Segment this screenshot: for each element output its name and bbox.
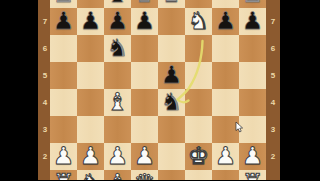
rank-label-7-left: 7 <box>39 8 51 35</box>
square-f4[interactable] <box>185 89 212 116</box>
square-e1[interactable] <box>158 170 185 181</box>
black-king-e8[interactable]: ♚ <box>158 0 185 8</box>
black-knight-e4[interactable]: ♞ <box>158 89 185 116</box>
rank-label-2-right: 2 <box>267 143 279 170</box>
chessboard-screenshot: ♜♝♛♚♜♟♟♟♟♞♟♟♞♟♝♞♟♟♟♟♚♟♟♜♞♝♛♜ 88776655443… <box>0 0 320 180</box>
chess-board: ♜♝♛♚♜♟♟♟♟♞♟♟♞♟♝♞♟♟♟♟♚♟♟♜♞♝♛♜ <box>50 0 266 180</box>
square-d3[interactable] <box>131 116 158 143</box>
square-f5[interactable] <box>185 62 212 89</box>
square-f1[interactable] <box>185 170 212 181</box>
square-f3[interactable] <box>185 116 212 143</box>
black-pawn-a7[interactable]: ♟ <box>50 8 77 35</box>
white-pawn-h2[interactable]: ♟ <box>239 143 266 170</box>
black-pawn-b7[interactable]: ♟ <box>77 8 104 35</box>
square-b5[interactable] <box>77 62 104 89</box>
white-pawn-a2[interactable]: ♟ <box>50 143 77 170</box>
rank-label-6-right: 6 <box>267 35 279 62</box>
square-g6[interactable] <box>212 35 239 62</box>
black-knight-c6[interactable]: ♞ <box>104 35 131 62</box>
square-e2[interactable] <box>158 143 185 170</box>
rank-label-3-left: 3 <box>39 116 51 143</box>
rank-label-5-right: 5 <box>267 62 279 89</box>
square-g1[interactable] <box>212 170 239 181</box>
square-a5[interactable] <box>50 62 77 89</box>
rank-label-6-left: 6 <box>39 35 51 62</box>
square-d6[interactable] <box>131 35 158 62</box>
black-pawn-g7[interactable]: ♟ <box>212 8 239 35</box>
square-e7[interactable] <box>158 8 185 35</box>
square-c3[interactable] <box>104 116 131 143</box>
rank-label-5-left: 5 <box>39 62 51 89</box>
rank-label-4-right: 4 <box>267 89 279 116</box>
square-c5[interactable] <box>104 62 131 89</box>
square-g4[interactable] <box>212 89 239 116</box>
black-pawn-h7[interactable]: ♟ <box>239 8 266 35</box>
square-e3[interactable] <box>158 116 185 143</box>
black-pawn-c7[interactable]: ♟ <box>104 8 131 35</box>
white-rook-h1[interactable]: ♜ <box>239 170 266 181</box>
square-b3[interactable] <box>77 116 104 143</box>
square-g3[interactable] <box>212 116 239 143</box>
rank-label-8-right: 8 <box>267 0 279 8</box>
square-h4[interactable] <box>239 89 266 116</box>
white-pawn-g2[interactable]: ♟ <box>212 143 239 170</box>
square-h3[interactable] <box>239 116 266 143</box>
white-pawn-b2[interactable]: ♟ <box>77 143 104 170</box>
square-d4[interactable] <box>131 89 158 116</box>
square-a3[interactable] <box>50 116 77 143</box>
square-b6[interactable] <box>77 35 104 62</box>
rank-label-1-right: 1 <box>267 170 279 181</box>
rank-label-1-left: 1 <box>39 170 51 181</box>
white-bishop-c1[interactable]: ♝ <box>104 170 131 181</box>
rank-label-2-left: 2 <box>39 143 51 170</box>
white-king-f2[interactable]: ♚ <box>185 143 212 170</box>
black-pawn-e5[interactable]: ♟ <box>158 62 185 89</box>
white-pawn-c2[interactable]: ♟ <box>104 143 131 170</box>
square-g5[interactable] <box>212 62 239 89</box>
square-f6[interactable] <box>185 35 212 62</box>
white-knight-f7[interactable]: ♞ <box>185 8 212 35</box>
rank-label-4-left: 4 <box>39 89 51 116</box>
square-d5[interactable] <box>131 62 158 89</box>
rank-label-8-left: 8 <box>39 0 51 8</box>
white-pawn-d2[interactable]: ♟ <box>131 143 158 170</box>
square-b4[interactable] <box>77 89 104 116</box>
rank-label-7-right: 7 <box>267 8 279 35</box>
white-bishop-c4[interactable]: ♝ <box>104 89 131 116</box>
white-rook-a1[interactable]: ♜ <box>50 170 77 181</box>
square-e6[interactable] <box>158 35 185 62</box>
square-a4[interactable] <box>50 89 77 116</box>
square-a6[interactable] <box>50 35 77 62</box>
square-h6[interactable] <box>239 35 266 62</box>
white-queen-d1[interactable]: ♛ <box>131 170 158 181</box>
white-knight-b1[interactable]: ♞ <box>77 170 104 181</box>
black-pawn-d7[interactable]: ♟ <box>131 8 158 35</box>
rank-label-3-right: 3 <box>267 116 279 143</box>
square-h5[interactable] <box>239 62 266 89</box>
